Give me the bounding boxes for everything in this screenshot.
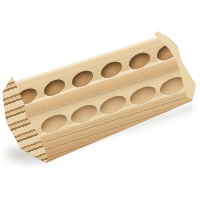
product-photo-stage [0,0,200,200]
mancala-board [0,0,200,200]
